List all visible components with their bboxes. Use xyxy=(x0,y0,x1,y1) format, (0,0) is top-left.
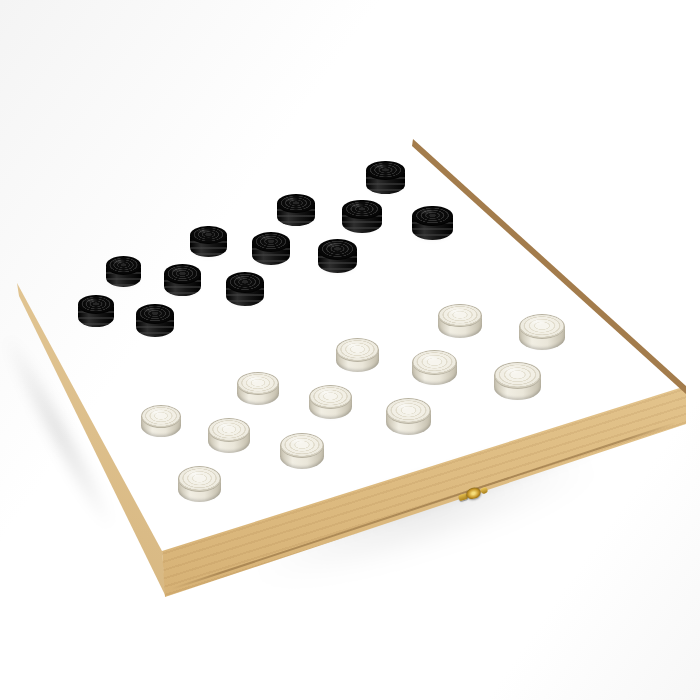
box-lid-seam xyxy=(171,422,677,590)
square-h4 xyxy=(446,259,525,303)
checker-side xyxy=(386,411,431,435)
square-b5 xyxy=(141,332,204,375)
square-a2 xyxy=(146,433,214,481)
file-label-near-E: E xyxy=(416,441,450,464)
checker-side xyxy=(519,327,565,351)
rank-label-left-7: 7 xyxy=(46,323,71,338)
square-a5 xyxy=(97,347,158,390)
rank-label-left-3: 3 xyxy=(105,431,133,448)
checker-white-g3 xyxy=(438,304,482,338)
rank-label-left-6: 6 xyxy=(60,348,86,363)
square-d1 xyxy=(317,414,395,464)
square-h5 xyxy=(420,234,496,277)
checker-black-f8 xyxy=(277,194,315,226)
square-d7 xyxy=(196,251,259,291)
latch-knob xyxy=(480,487,488,495)
square-b4 xyxy=(158,359,223,403)
checker-white-h2 xyxy=(519,314,565,350)
square-f1 xyxy=(422,380,505,430)
square-c8 xyxy=(137,244,196,282)
square-b6 xyxy=(125,306,186,347)
square-a8 xyxy=(54,274,110,312)
checker-side xyxy=(178,479,221,502)
checker-shadow xyxy=(248,249,294,266)
square-c7 xyxy=(152,267,213,307)
square-c3 xyxy=(224,371,294,417)
rank-label-left-2: 2 xyxy=(122,462,151,480)
black-checker-top xyxy=(412,206,453,227)
square-g3 xyxy=(421,303,500,349)
checker-shadow xyxy=(132,320,178,337)
file-label-near-G: G xyxy=(527,405,565,429)
square-e4 xyxy=(299,310,371,354)
square-g2 xyxy=(447,332,530,380)
black-checker-top xyxy=(78,295,114,314)
white-checker-top xyxy=(519,314,565,339)
square-d2 xyxy=(294,383,369,431)
file-label-far-H: H xyxy=(352,156,381,173)
checker-side xyxy=(309,397,352,420)
checker-side xyxy=(106,266,142,288)
square-b1 xyxy=(215,448,288,498)
checker-white-b2 xyxy=(208,418,250,452)
box-left-side xyxy=(0,0,700,700)
checker-side xyxy=(78,305,114,327)
checker-side xyxy=(318,250,358,274)
square-h2 xyxy=(500,314,585,362)
checker-black-d6 xyxy=(226,272,265,306)
checker-side xyxy=(252,242,290,265)
black-checker-top xyxy=(190,226,227,245)
checker-shadow xyxy=(74,311,118,328)
checker-black-b8 xyxy=(106,256,142,287)
square-f4 xyxy=(347,293,421,337)
square-b8 xyxy=(95,259,152,297)
checker-shadow xyxy=(313,256,361,274)
square-d5 xyxy=(232,300,299,343)
checker-side xyxy=(237,384,278,406)
checker-white-d2 xyxy=(309,385,352,420)
square-f3 xyxy=(371,320,448,366)
checker-black-f6 xyxy=(318,239,358,273)
square-c4 xyxy=(204,343,271,387)
white-checker-top xyxy=(178,466,221,491)
white-checker-top xyxy=(386,398,431,424)
checker-shadow xyxy=(407,223,457,241)
checker-side xyxy=(494,376,541,400)
square-f8 xyxy=(264,197,328,235)
square-h6 xyxy=(397,210,470,251)
square-f5 xyxy=(325,267,396,310)
square-e2 xyxy=(344,367,422,415)
square-g6 xyxy=(350,226,421,267)
checker-white-a1 xyxy=(178,466,221,501)
checker-side xyxy=(412,216,453,240)
square-a4 xyxy=(113,374,176,418)
black-checker-top xyxy=(252,232,290,252)
black-checker-top xyxy=(164,264,201,284)
checker-black-h8 xyxy=(366,161,405,193)
square-h3 xyxy=(472,286,554,332)
checker-shadow xyxy=(489,378,546,400)
checker-side xyxy=(336,350,379,372)
rank-label-left-4: 4 xyxy=(89,402,116,418)
checker-black-e7 xyxy=(252,232,290,265)
checker-white-g1 xyxy=(494,362,541,399)
square-e5 xyxy=(278,284,347,327)
black-checker-top xyxy=(226,272,265,293)
checker-shadow xyxy=(137,418,186,438)
file-label-near-B: B xyxy=(256,492,286,515)
checker-black-b6 xyxy=(136,304,174,337)
checker-side xyxy=(136,314,174,337)
checker-white-c3 xyxy=(237,372,278,405)
file-label-near-A: A xyxy=(204,509,233,532)
checker-shadow xyxy=(186,241,231,257)
checker-side xyxy=(438,315,482,337)
checker-shadow xyxy=(338,216,386,233)
white-checker-top xyxy=(438,304,482,328)
square-h1 xyxy=(530,344,619,394)
square-f6 xyxy=(304,243,373,284)
checker-shadow xyxy=(160,280,205,297)
checker-side xyxy=(226,282,265,305)
square-g8 xyxy=(308,181,374,219)
square-e3 xyxy=(321,337,396,383)
product-photo: AABBCCDDEEFFGGHH1122334455667788 ♟ xyxy=(0,0,700,700)
checker-side xyxy=(366,171,405,194)
square-b7 xyxy=(110,282,169,322)
checker-side xyxy=(412,362,457,385)
file-label-near-D: D xyxy=(361,458,395,482)
checker-shadow xyxy=(276,447,329,469)
file-label-far-E: E xyxy=(224,204,248,220)
checker-shadow xyxy=(407,364,461,385)
white-checker-top xyxy=(309,385,352,410)
file-label-near-H: H xyxy=(583,386,624,410)
checker-shadow xyxy=(204,432,255,453)
checker-side xyxy=(190,235,227,257)
pieces-layer xyxy=(0,0,700,700)
white-checker-top xyxy=(280,433,324,459)
square-c2 xyxy=(244,400,317,448)
white-checker-top xyxy=(412,350,457,375)
white-checker-top xyxy=(336,338,379,362)
checker-side xyxy=(208,430,250,452)
checker-shadow xyxy=(331,352,383,372)
square-d6 xyxy=(213,275,278,316)
checker-shadow xyxy=(304,399,357,420)
checker-shadow xyxy=(102,272,146,288)
square-f2 xyxy=(395,349,475,397)
file-label-far-C: C xyxy=(140,235,163,251)
box-front-side xyxy=(0,0,700,700)
checker-side xyxy=(164,274,201,296)
white-checker-top xyxy=(208,418,250,442)
checker-white-e1 xyxy=(386,398,431,435)
checker-white-a3 xyxy=(141,405,181,438)
checker-side xyxy=(280,446,324,469)
checker-black-d8 xyxy=(190,226,227,257)
checker-shadow xyxy=(273,210,319,226)
square-e8 xyxy=(221,213,283,251)
file-label-far-F: F xyxy=(267,189,291,205)
rank-label-left-5: 5 xyxy=(74,374,100,390)
file-label-far-G: G xyxy=(309,173,336,189)
box-right-side xyxy=(0,0,700,700)
checker-shadow xyxy=(362,178,409,194)
square-c1 xyxy=(265,431,341,481)
file-label-near-C: C xyxy=(308,475,340,498)
square-c5 xyxy=(186,316,251,359)
white-checker-top xyxy=(494,362,541,388)
checker-white-e3 xyxy=(336,338,379,372)
checker-side xyxy=(277,203,315,225)
rank-label-left-8: 8 xyxy=(33,299,57,313)
checker-white-c1 xyxy=(280,433,324,469)
checker-shadow xyxy=(514,329,570,350)
square-h8 xyxy=(352,165,420,203)
square-a6 xyxy=(82,322,141,363)
square-e1 xyxy=(369,397,450,447)
square-g4 xyxy=(396,276,472,320)
square-a3 xyxy=(129,403,195,449)
square-a1 xyxy=(165,465,236,515)
checker-shadow xyxy=(433,318,487,338)
square-g1 xyxy=(475,362,561,412)
square-c6 xyxy=(169,291,232,332)
black-checker-top xyxy=(318,239,358,260)
checker-shadow xyxy=(233,386,283,406)
square-b3 xyxy=(176,387,244,433)
checker-black-g7 xyxy=(342,200,381,233)
white-checker-top xyxy=(237,372,278,395)
black-checker-top xyxy=(277,194,315,213)
black-checker-top xyxy=(366,161,405,180)
square-g7 xyxy=(328,203,396,243)
file-label-far-A: A xyxy=(59,264,80,280)
square-e7 xyxy=(239,235,303,275)
checker-side xyxy=(342,209,381,232)
square-e6 xyxy=(258,259,325,300)
file-label-far-D: D xyxy=(181,219,206,236)
checker-side xyxy=(141,416,181,437)
square-g5 xyxy=(372,251,445,294)
square-d3 xyxy=(272,354,344,400)
pawn-print-icon: ♟ xyxy=(150,434,209,477)
black-checker-top xyxy=(342,200,381,220)
checker-black-c7 xyxy=(164,264,201,296)
file-label-near-F: F xyxy=(472,423,506,446)
checker-black-a7 xyxy=(78,295,114,327)
white-checker-top xyxy=(141,405,181,428)
square-h7 xyxy=(374,187,444,227)
square-a7 xyxy=(68,297,125,337)
checker-white-f2 xyxy=(412,350,457,386)
checker-shadow xyxy=(381,413,436,435)
square-b2 xyxy=(195,417,265,465)
board-left-shadow xyxy=(0,292,145,572)
square-d8 xyxy=(179,229,240,267)
checker-black-h6 xyxy=(412,206,453,241)
black-checker-top xyxy=(106,256,142,275)
rank-label-left-1: 1 xyxy=(140,495,170,513)
square-d4 xyxy=(251,326,321,370)
checker-shadow xyxy=(222,289,269,306)
file-label-far-B: B xyxy=(99,250,121,266)
square-f7 xyxy=(284,219,350,259)
black-checker-top xyxy=(136,304,174,324)
checker-shadow xyxy=(174,481,226,502)
